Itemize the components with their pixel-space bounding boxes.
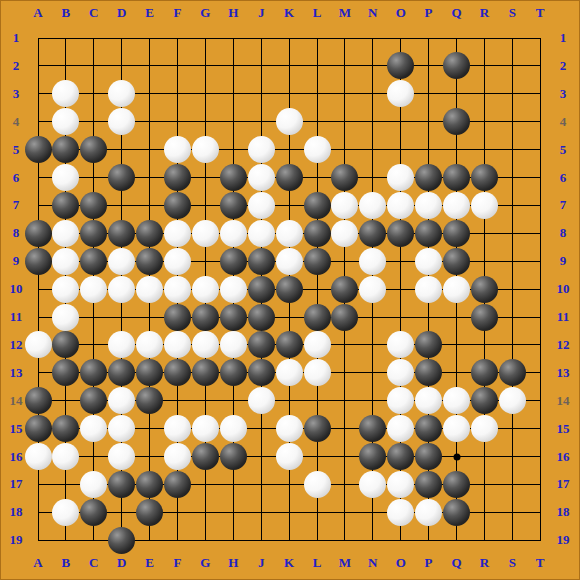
stone-white-H15 [220, 415, 247, 442]
row-label-right-7: 7 [560, 197, 567, 213]
stone-black-L8 [304, 220, 331, 247]
stone-black-D19 [108, 527, 135, 554]
stone-white-B10 [52, 276, 79, 303]
stone-white-G12 [192, 331, 219, 358]
stone-black-J10 [248, 276, 275, 303]
col-label-top-Q: Q [451, 5, 461, 21]
stone-black-S13 [499, 359, 526, 386]
stone-white-L17 [304, 471, 331, 498]
stone-white-C10 [80, 276, 107, 303]
stone-black-B13 [52, 359, 79, 386]
stone-black-L7 [304, 192, 331, 219]
row-label-right-5: 5 [560, 142, 567, 158]
stone-black-C18 [80, 499, 107, 526]
row-label-right-10: 10 [557, 281, 570, 297]
stone-white-B9 [52, 248, 79, 275]
stone-white-H12 [220, 331, 247, 358]
stone-black-E17 [136, 471, 163, 498]
col-label-top-P: P [425, 5, 433, 21]
col-label-top-K: K [284, 5, 294, 21]
stone-white-D10 [108, 276, 135, 303]
stone-black-A9 [25, 248, 52, 275]
col-label-top-S: S [509, 5, 516, 21]
stone-black-H11 [220, 304, 247, 331]
col-label-top-O: O [396, 5, 406, 21]
row-label-left-13: 13 [10, 365, 23, 381]
grid-line-h-5 [38, 149, 541, 150]
stone-black-K10 [276, 276, 303, 303]
stone-black-O16 [387, 443, 414, 470]
stone-white-O14 [387, 387, 414, 414]
stone-black-P12 [415, 331, 442, 358]
row-label-left-6: 6 [13, 170, 20, 186]
col-label-bottom-R: R [480, 555, 489, 571]
row-label-right-18: 18 [557, 504, 570, 520]
stone-black-A5 [25, 136, 52, 163]
stone-black-F7 [164, 192, 191, 219]
stone-white-Q14 [443, 387, 470, 414]
stone-black-N16 [359, 443, 386, 470]
row-label-right-9: 9 [560, 253, 567, 269]
stone-black-R13 [471, 359, 498, 386]
stone-white-D12 [108, 331, 135, 358]
col-label-top-R: R [480, 5, 489, 21]
stone-black-N8 [359, 220, 386, 247]
stone-black-A14 [25, 387, 52, 414]
stone-black-B5 [52, 136, 79, 163]
stone-black-G11 [192, 304, 219, 331]
row-label-right-6: 6 [560, 170, 567, 186]
stone-white-O18 [387, 499, 414, 526]
stone-black-P17 [415, 471, 442, 498]
stone-white-B4 [52, 108, 79, 135]
stone-black-H7 [220, 192, 247, 219]
stone-white-L13 [304, 359, 331, 386]
row-label-left-14: 14 [10, 393, 23, 409]
stone-black-L15 [304, 415, 331, 442]
grid-line-v-L [317, 38, 318, 541]
stone-black-G16 [192, 443, 219, 470]
stone-white-D15 [108, 415, 135, 442]
col-label-top-B: B [62, 5, 71, 21]
stone-white-D4 [108, 108, 135, 135]
col-label-bottom-B: B [62, 555, 71, 571]
row-label-left-4: 4 [13, 114, 20, 130]
stone-white-J8 [248, 220, 275, 247]
stone-white-K8 [276, 220, 303, 247]
stone-black-A8 [25, 220, 52, 247]
stone-white-O15 [387, 415, 414, 442]
row-label-right-3: 3 [560, 86, 567, 102]
stone-white-Q7 [443, 192, 470, 219]
stone-white-D14 [108, 387, 135, 414]
stone-black-E13 [136, 359, 163, 386]
stone-black-J11 [248, 304, 275, 331]
stone-white-S14 [499, 387, 526, 414]
stone-white-G8 [192, 220, 219, 247]
row-label-left-17: 17 [10, 476, 23, 492]
col-label-top-F: F [174, 5, 182, 21]
col-label-top-C: C [89, 5, 98, 21]
col-label-bottom-S: S [509, 555, 516, 571]
stone-black-M10 [331, 276, 358, 303]
row-label-left-10: 10 [10, 281, 23, 297]
stone-white-P10 [415, 276, 442, 303]
col-label-top-M: M [339, 5, 351, 21]
col-label-bottom-T: T [536, 555, 545, 571]
stone-white-J5 [248, 136, 275, 163]
stone-black-A15 [25, 415, 52, 442]
row-label-left-12: 12 [10, 337, 23, 353]
stone-black-K6 [276, 164, 303, 191]
stone-white-B11 [52, 304, 79, 331]
row-label-right-16: 16 [557, 449, 570, 465]
row-label-left-19: 19 [10, 532, 23, 548]
stone-black-O2 [387, 52, 414, 79]
col-label-bottom-P: P [425, 555, 433, 571]
col-label-bottom-E: E [145, 555, 154, 571]
row-label-right-17: 17 [557, 476, 570, 492]
stone-white-N9 [359, 248, 386, 275]
stone-black-D17 [108, 471, 135, 498]
stone-black-Q2 [443, 52, 470, 79]
stone-white-C17 [80, 471, 107, 498]
stone-black-R10 [471, 276, 498, 303]
stone-black-R11 [471, 304, 498, 331]
row-label-left-2: 2 [13, 58, 20, 74]
stone-white-G10 [192, 276, 219, 303]
stone-black-P13 [415, 359, 442, 386]
stone-black-C8 [80, 220, 107, 247]
row-label-right-8: 8 [560, 225, 567, 241]
stone-black-F11 [164, 304, 191, 331]
stone-white-K15 [276, 415, 303, 442]
row-label-left-7: 7 [13, 197, 20, 213]
col-label-top-G: G [200, 5, 210, 21]
col-label-bottom-O: O [396, 555, 406, 571]
col-label-bottom-K: K [284, 555, 294, 571]
stone-white-F5 [164, 136, 191, 163]
stone-black-Q4 [443, 108, 470, 135]
stone-black-C7 [80, 192, 107, 219]
row-label-left-3: 3 [13, 86, 20, 102]
stone-black-J12 [248, 331, 275, 358]
stone-black-N15 [359, 415, 386, 442]
go-board[interactable]: AABBCCDDEEFFGGHHJJKKLLMMNNOOPPQQRRSSTT11… [0, 0, 580, 580]
col-label-bottom-L: L [313, 555, 322, 571]
stone-black-Q17 [443, 471, 470, 498]
stone-white-F16 [164, 443, 191, 470]
stone-black-O8 [387, 220, 414, 247]
row-label-left-8: 8 [13, 225, 20, 241]
stone-black-H16 [220, 443, 247, 470]
stone-white-B3 [52, 80, 79, 107]
stone-white-H8 [220, 220, 247, 247]
grid-line-v-T [540, 38, 541, 541]
stone-white-G5 [192, 136, 219, 163]
stone-white-E10 [136, 276, 163, 303]
stone-black-C9 [80, 248, 107, 275]
stone-white-P18 [415, 499, 442, 526]
stone-white-C15 [80, 415, 107, 442]
stone-white-Q10 [443, 276, 470, 303]
stone-white-F10 [164, 276, 191, 303]
row-label-left-5: 5 [13, 142, 20, 158]
stone-white-E12 [136, 331, 163, 358]
row-label-right-14: 14 [557, 393, 570, 409]
stone-black-L11 [304, 304, 331, 331]
col-label-bottom-M: M [339, 555, 351, 571]
stone-black-D13 [108, 359, 135, 386]
row-label-left-18: 18 [10, 504, 23, 520]
col-label-bottom-H: H [228, 555, 238, 571]
stone-black-F6 [164, 164, 191, 191]
row-label-right-4: 4 [560, 114, 567, 130]
stone-black-M6 [331, 164, 358, 191]
stone-black-C5 [80, 136, 107, 163]
stone-black-E8 [136, 220, 163, 247]
stone-black-H6 [220, 164, 247, 191]
stone-white-F8 [164, 220, 191, 247]
stone-black-Q8 [443, 220, 470, 247]
stone-white-B16 [52, 443, 79, 470]
stone-white-G15 [192, 415, 219, 442]
stone-white-P9 [415, 248, 442, 275]
stone-black-K12 [276, 331, 303, 358]
stone-white-L12 [304, 331, 331, 358]
stone-white-A16 [25, 443, 52, 470]
row-label-left-9: 9 [13, 253, 20, 269]
stone-black-H13 [220, 359, 247, 386]
stone-white-M8 [331, 220, 358, 247]
row-label-left-11: 11 [10, 309, 22, 325]
row-label-right-1: 1 [560, 30, 567, 46]
stone-black-Q6 [443, 164, 470, 191]
stone-white-J6 [248, 164, 275, 191]
stone-white-N17 [359, 471, 386, 498]
col-label-top-J: J [258, 5, 265, 21]
stone-white-F15 [164, 415, 191, 442]
col-label-top-A: A [33, 5, 42, 21]
row-label-right-15: 15 [557, 421, 570, 437]
stone-white-B8 [52, 220, 79, 247]
stone-white-B6 [52, 164, 79, 191]
stone-white-F9 [164, 248, 191, 275]
col-label-top-E: E [145, 5, 154, 21]
stone-black-Q18 [443, 499, 470, 526]
stone-black-E14 [136, 387, 163, 414]
stone-black-P8 [415, 220, 442, 247]
stone-black-C13 [80, 359, 107, 386]
stone-black-P15 [415, 415, 442, 442]
row-label-right-11: 11 [557, 309, 569, 325]
stone-white-P7 [415, 192, 442, 219]
stone-black-P6 [415, 164, 442, 191]
stone-white-N7 [359, 192, 386, 219]
stone-white-F12 [164, 331, 191, 358]
stone-white-O13 [387, 359, 414, 386]
stone-black-D8 [108, 220, 135, 247]
stone-white-J7 [248, 192, 275, 219]
col-label-bottom-F: F [174, 555, 182, 571]
grid-line-v-S [512, 38, 513, 541]
stone-white-O17 [387, 471, 414, 498]
stone-white-L5 [304, 136, 331, 163]
stone-black-B15 [52, 415, 79, 442]
col-label-top-H: H [228, 5, 238, 21]
stone-white-D16 [108, 443, 135, 470]
stone-white-P14 [415, 387, 442, 414]
col-label-bottom-N: N [368, 555, 377, 571]
col-label-top-T: T [536, 5, 545, 21]
col-label-bottom-G: G [200, 555, 210, 571]
col-label-bottom-A: A [33, 555, 42, 571]
col-label-bottom-Q: Q [451, 555, 461, 571]
col-label-bottom-J: J [258, 555, 265, 571]
stone-black-C14 [80, 387, 107, 414]
row-label-left-16: 16 [10, 449, 23, 465]
stone-white-H10 [220, 276, 247, 303]
star-point-q16 [453, 453, 460, 460]
stone-white-B18 [52, 499, 79, 526]
col-label-top-N: N [368, 5, 377, 21]
col-label-bottom-C: C [89, 555, 98, 571]
stone-black-E9 [136, 248, 163, 275]
stone-black-F17 [164, 471, 191, 498]
row-label-right-12: 12 [557, 337, 570, 353]
stone-white-O7 [387, 192, 414, 219]
row-label-right-13: 13 [557, 365, 570, 381]
stone-black-Q9 [443, 248, 470, 275]
stone-black-B7 [52, 192, 79, 219]
stone-black-L9 [304, 248, 331, 275]
stone-white-K16 [276, 443, 303, 470]
stone-white-Q15 [443, 415, 470, 442]
row-label-left-15: 15 [10, 421, 23, 437]
grid-line-h-1 [38, 38, 541, 39]
stone-black-H9 [220, 248, 247, 275]
row-label-right-19: 19 [557, 532, 570, 548]
stone-white-K9 [276, 248, 303, 275]
stone-white-R7 [471, 192, 498, 219]
stone-black-J9 [248, 248, 275, 275]
stone-black-J13 [248, 359, 275, 386]
stone-black-F13 [164, 359, 191, 386]
stone-white-R15 [471, 415, 498, 442]
row-label-left-1: 1 [13, 30, 20, 46]
stone-black-G13 [192, 359, 219, 386]
stone-white-D3 [108, 80, 135, 107]
stone-white-O6 [387, 164, 414, 191]
stone-black-E18 [136, 499, 163, 526]
grid-line-h-11 [38, 317, 541, 318]
row-label-right-2: 2 [560, 58, 567, 74]
stone-black-P16 [415, 443, 442, 470]
stone-white-D9 [108, 248, 135, 275]
col-label-top-D: D [117, 5, 126, 21]
stone-white-O3 [387, 80, 414, 107]
stone-black-R14 [471, 387, 498, 414]
stone-white-J14 [248, 387, 275, 414]
stone-white-M7 [331, 192, 358, 219]
stone-black-R6 [471, 164, 498, 191]
stone-white-A12 [25, 331, 52, 358]
stone-white-K13 [276, 359, 303, 386]
stone-black-D6 [108, 164, 135, 191]
col-label-bottom-D: D [117, 555, 126, 571]
stone-black-M11 [331, 304, 358, 331]
stone-white-N10 [359, 276, 386, 303]
stone-white-K4 [276, 108, 303, 135]
stone-black-B12 [52, 331, 79, 358]
col-label-top-L: L [313, 5, 322, 21]
stone-white-O12 [387, 331, 414, 358]
